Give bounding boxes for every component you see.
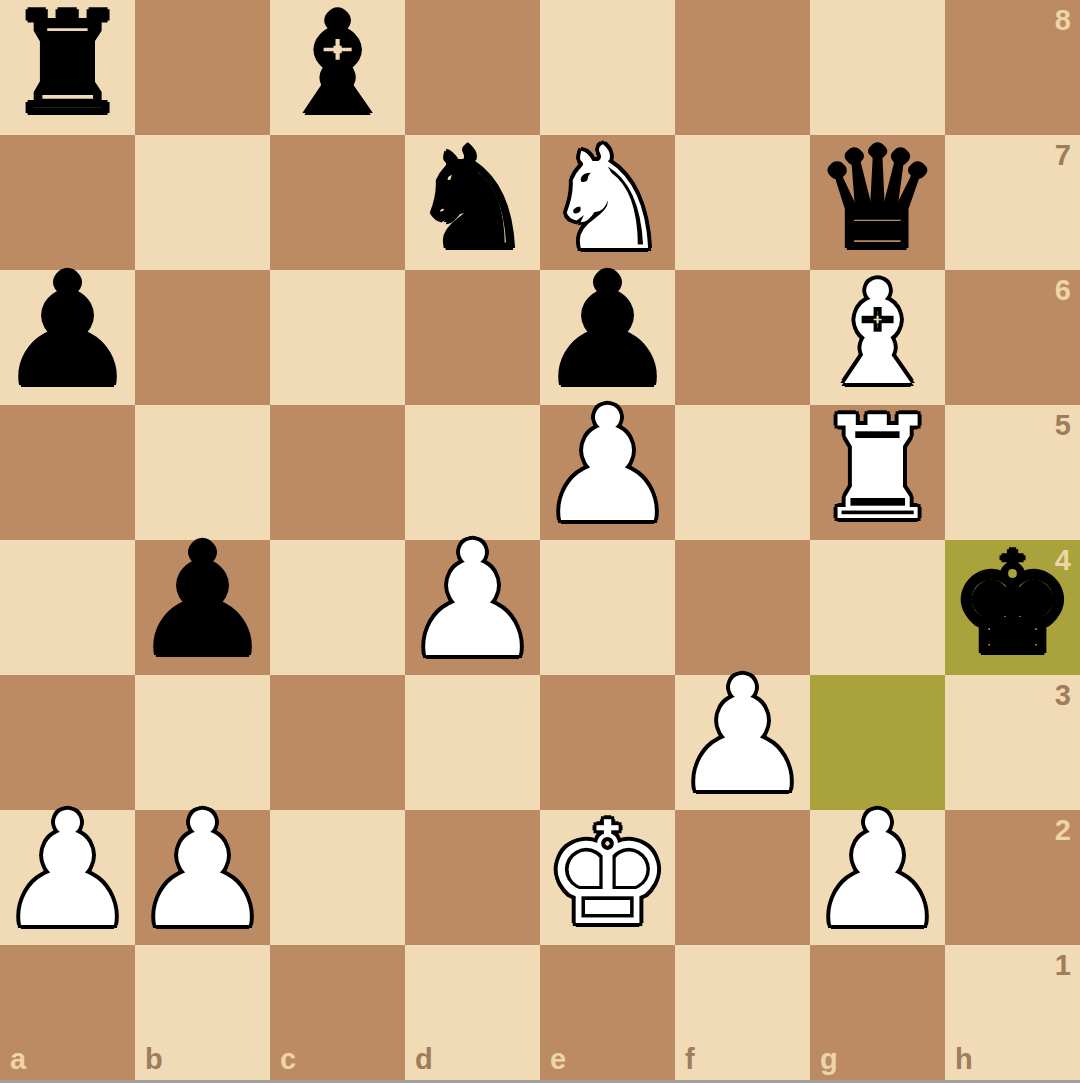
square-g4[interactable] <box>810 540 945 675</box>
square-c3[interactable] <box>270 675 405 810</box>
square-f1[interactable]: f <box>675 945 810 1080</box>
rank-label-6: 6 <box>1055 276 1071 305</box>
file-label-f: f <box>685 1045 695 1074</box>
black-pawn[interactable]: ♟ <box>0 251 138 409</box>
square-f2[interactable] <box>675 810 810 945</box>
black-knight[interactable]: ♞ <box>409 128 536 270</box>
square-a2[interactable]: ♟ <box>0 810 135 945</box>
white-bishop[interactable]: ♝ <box>814 263 941 405</box>
square-c6[interactable] <box>270 270 405 405</box>
square-e1[interactable]: e <box>540 945 675 1080</box>
square-h8[interactable]: 8 <box>945 0 1080 135</box>
black-rook[interactable]: ♜ <box>4 0 131 135</box>
white-king[interactable]: ♚ <box>544 803 671 945</box>
white-pawn[interactable]: ♟ <box>402 521 544 679</box>
rank-label-8: 8 <box>1055 6 1071 35</box>
square-f8[interactable] <box>675 0 810 135</box>
square-g5[interactable]: ♜ <box>810 405 945 540</box>
square-e5[interactable]: ♟ <box>540 405 675 540</box>
file-label-d: d <box>415 1045 433 1074</box>
rank-label-1: 1 <box>1055 951 1071 980</box>
square-h4[interactable]: 4♚ <box>945 540 1080 675</box>
square-d2[interactable] <box>405 810 540 945</box>
square-b8[interactable] <box>135 0 270 135</box>
file-label-a: a <box>10 1045 26 1074</box>
square-h1[interactable]: 1h <box>945 945 1080 1080</box>
square-f5[interactable] <box>675 405 810 540</box>
black-queen[interactable]: ♛ <box>814 128 941 270</box>
square-f6[interactable] <box>675 270 810 405</box>
square-h7[interactable]: 7 <box>945 135 1080 270</box>
chess-board: ♜♝8♞♞♛7♟♟♝6♟♜5♟♟4♚♟3♟♟♚♟2abcdefg1h <box>0 0 1080 1080</box>
white-pawn[interactable]: ♟ <box>0 791 138 949</box>
square-h6[interactable]: 6 <box>945 270 1080 405</box>
square-a6[interactable]: ♟ <box>0 270 135 405</box>
square-d6[interactable] <box>405 270 540 405</box>
square-c8[interactable]: ♝ <box>270 0 405 135</box>
square-a5[interactable] <box>0 405 135 540</box>
rank-label-5: 5 <box>1055 411 1071 440</box>
square-c2[interactable] <box>270 810 405 945</box>
square-g2[interactable]: ♟ <box>810 810 945 945</box>
white-pawn[interactable]: ♟ <box>132 791 274 949</box>
file-label-e: e <box>550 1045 566 1074</box>
square-g1[interactable]: g <box>810 945 945 1080</box>
white-pawn[interactable]: ♟ <box>807 791 949 949</box>
square-d1[interactable]: d <box>405 945 540 1080</box>
square-f7[interactable] <box>675 135 810 270</box>
square-a4[interactable] <box>0 540 135 675</box>
square-b7[interactable] <box>135 135 270 270</box>
square-b6[interactable] <box>135 270 270 405</box>
black-pawn[interactable]: ♟ <box>132 521 274 679</box>
rank-label-3: 3 <box>1055 681 1071 710</box>
white-pawn[interactable]: ♟ <box>672 656 814 814</box>
file-label-h: h <box>955 1045 973 1074</box>
file-label-g: g <box>820 1045 838 1074</box>
square-c1[interactable]: c <box>270 945 405 1080</box>
square-b2[interactable]: ♟ <box>135 810 270 945</box>
square-h3[interactable]: 3 <box>945 675 1080 810</box>
square-f3[interactable]: ♟ <box>675 675 810 810</box>
square-c4[interactable] <box>270 540 405 675</box>
white-pawn[interactable]: ♟ <box>537 386 679 544</box>
square-b1[interactable]: b <box>135 945 270 1080</box>
square-a8[interactable]: ♜ <box>0 0 135 135</box>
rank-label-4: 4 <box>1055 546 1071 575</box>
square-c5[interactable] <box>270 405 405 540</box>
rank-label-7: 7 <box>1055 141 1071 170</box>
square-d3[interactable] <box>405 675 540 810</box>
square-h2[interactable]: 2 <box>945 810 1080 945</box>
white-rook[interactable]: ♜ <box>814 398 941 540</box>
square-e4[interactable] <box>540 540 675 675</box>
square-e2[interactable]: ♚ <box>540 810 675 945</box>
square-c7[interactable] <box>270 135 405 270</box>
file-label-b: b <box>145 1045 163 1074</box>
rank-label-2: 2 <box>1055 816 1071 845</box>
square-d4[interactable]: ♟ <box>405 540 540 675</box>
square-b4[interactable]: ♟ <box>135 540 270 675</box>
black-bishop[interactable]: ♝ <box>274 0 401 135</box>
square-a1[interactable]: a <box>0 945 135 1080</box>
square-d7[interactable]: ♞ <box>405 135 540 270</box>
file-label-c: c <box>280 1045 296 1074</box>
